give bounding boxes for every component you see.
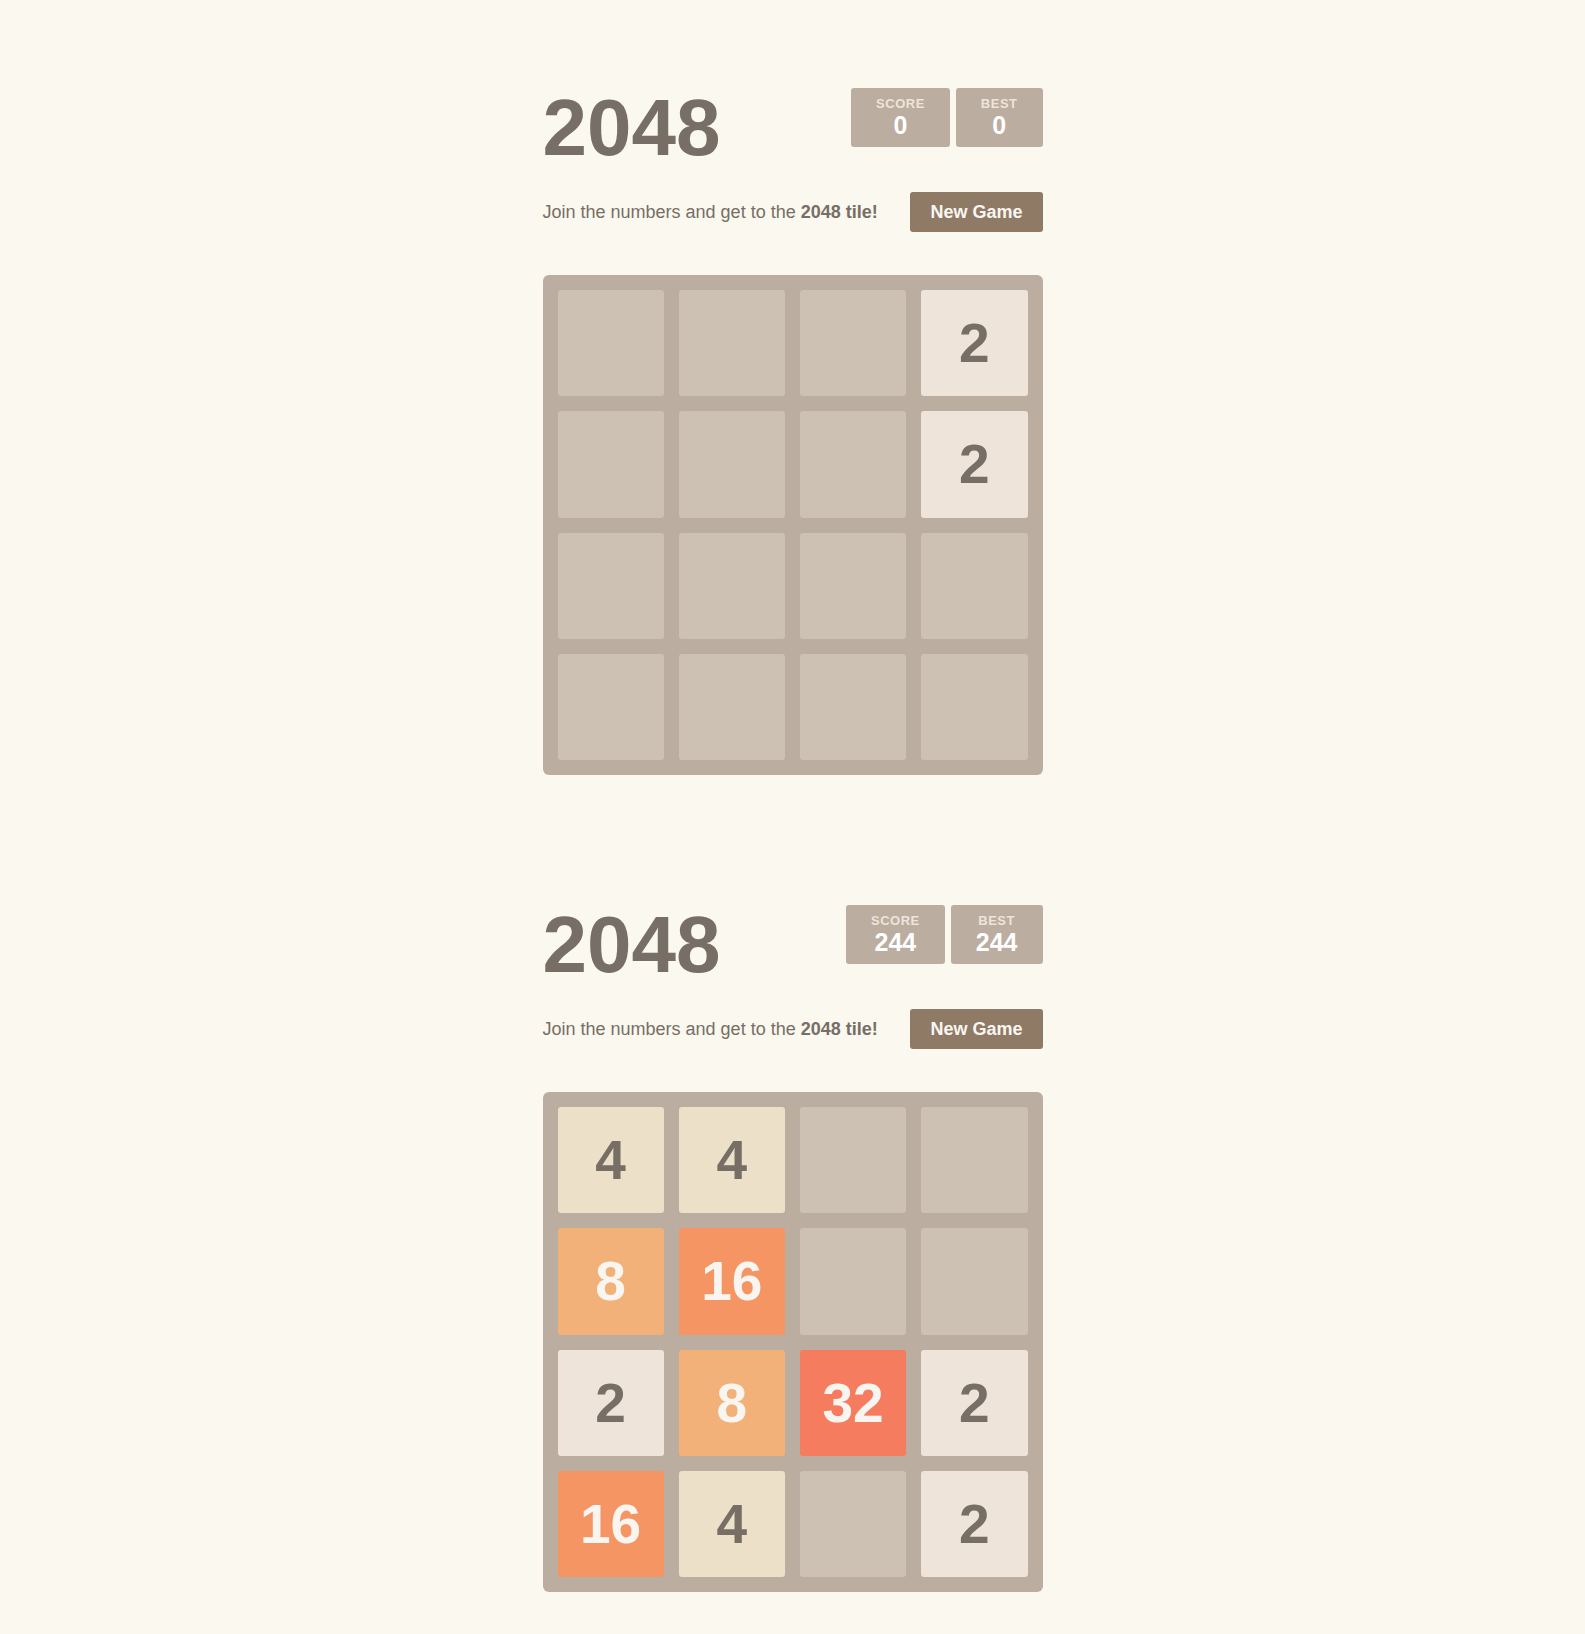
- new-game-button[interactable]: New Game: [910, 1009, 1042, 1049]
- empty-cell: [921, 654, 1027, 760]
- empty-cell: [921, 1228, 1027, 1334]
- best-label: BEST: [981, 96, 1018, 111]
- above-game-row: Join the numbers and get to the 2048 til…: [543, 192, 1043, 232]
- score-badge: SCORE 0: [851, 88, 950, 147]
- empty-cell: [800, 1228, 906, 1334]
- tile-4: 4: [679, 1471, 785, 1577]
- tile-4: 4: [679, 1107, 785, 1213]
- empty-cell: [558, 411, 664, 517]
- empty-cell: [679, 533, 785, 639]
- game-title: 2048: [543, 88, 721, 168]
- scores-container: SCORE 0 BEST 0: [851, 88, 1042, 147]
- empty-cell: [921, 533, 1027, 639]
- subtitle-goal: 2048 tile!: [801, 1019, 878, 1039]
- tile-2: 2: [921, 411, 1027, 517]
- score-value: 0: [894, 111, 908, 139]
- best-value: 0: [992, 111, 1006, 139]
- score-badge: SCORE 244: [846, 905, 945, 964]
- empty-cell: [800, 411, 906, 517]
- empty-cell: [558, 290, 664, 396]
- best-value: 244: [976, 928, 1018, 956]
- tile-2: 2: [921, 290, 1027, 396]
- above-game-row: Join the numbers and get to the 2048 til…: [543, 1009, 1043, 1049]
- score-label: SCORE: [876, 96, 925, 111]
- subtitle-text: Join the numbers and get to the: [543, 202, 801, 222]
- new-game-button[interactable]: New Game: [910, 192, 1042, 232]
- tile-2: 2: [558, 1350, 664, 1456]
- best-badge: BEST 0: [956, 88, 1043, 147]
- empty-cell: [558, 654, 664, 760]
- empty-cell: [679, 411, 785, 517]
- empty-cell: [800, 290, 906, 396]
- tile-4: 4: [558, 1107, 664, 1213]
- scores-container: SCORE 244 BEST 244: [846, 905, 1042, 964]
- board-grid: 22: [543, 275, 1043, 775]
- game-section-top: 2048 SCORE 0 BEST 0 Join the numbers and…: [543, 88, 1043, 775]
- subtitle: Join the numbers and get to the 2048 til…: [543, 1019, 878, 1040]
- board-grid: 44816283221642: [543, 1092, 1043, 1592]
- empty-cell: [679, 290, 785, 396]
- empty-cell: [800, 1471, 906, 1577]
- tile-8: 8: [558, 1228, 664, 1334]
- empty-cell: [800, 1107, 906, 1213]
- best-badge: BEST 244: [951, 905, 1043, 964]
- heading-row: 2048 SCORE 244 BEST 244: [543, 905, 1043, 985]
- tile-8: 8: [679, 1350, 785, 1456]
- empty-cell: [558, 533, 664, 639]
- best-label: BEST: [978, 913, 1015, 928]
- tile-32: 32: [800, 1350, 906, 1456]
- tile-2: 2: [921, 1350, 1027, 1456]
- game-section-bottom: 2048 SCORE 244 BEST 244 Join the numbers…: [543, 905, 1043, 1592]
- tile-16: 16: [679, 1228, 785, 1334]
- score-label: SCORE: [871, 913, 920, 928]
- subtitle: Join the numbers and get to the 2048 til…: [543, 202, 878, 223]
- empty-cell: [921, 1107, 1027, 1213]
- subtitle-goal: 2048 tile!: [801, 202, 878, 222]
- empty-cell: [679, 654, 785, 760]
- tile-16: 16: [558, 1471, 664, 1577]
- heading-row: 2048 SCORE 0 BEST 0: [543, 88, 1043, 168]
- tile-2: 2: [921, 1471, 1027, 1577]
- page: 2048 SCORE 0 BEST 0 Join the numbers and…: [0, 88, 1585, 1592]
- empty-cell: [800, 533, 906, 639]
- score-value: 244: [875, 928, 917, 956]
- empty-cell: [800, 654, 906, 760]
- subtitle-text: Join the numbers and get to the: [543, 1019, 801, 1039]
- game-title: 2048: [543, 905, 721, 985]
